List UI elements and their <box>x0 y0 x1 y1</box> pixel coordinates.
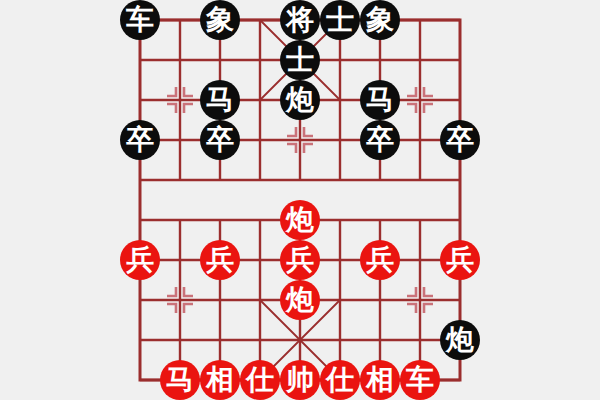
pieces-layer: 车象将士象士马炮马卒卒卒卒炮兵兵兵兵兵炮炮马相仕帅仕相车 <box>0 0 600 400</box>
red-soldier[interactable]: 兵 <box>360 240 400 280</box>
xiangqi-app: 车象将士象士马炮马卒卒卒卒炮兵兵兵兵兵炮炮马相仕帅仕相车 <box>0 0 600 400</box>
red-advisor[interactable]: 仕 <box>320 360 360 400</box>
black-horse[interactable]: 马 <box>200 80 240 120</box>
black-soldier[interactable]: 卒 <box>360 120 400 160</box>
black-cannon[interactable]: 炮 <box>280 80 320 120</box>
red-cannon[interactable]: 炮 <box>280 200 320 240</box>
red-chariot[interactable]: 车 <box>400 360 440 400</box>
black-elephant[interactable]: 象 <box>200 0 240 40</box>
red-horse[interactable]: 马 <box>160 360 200 400</box>
red-soldier[interactable]: 兵 <box>200 240 240 280</box>
red-soldier[interactable]: 兵 <box>440 240 480 280</box>
black-general[interactable]: 将 <box>280 0 320 40</box>
xiangqi-board[interactable]: 车象将士象士马炮马卒卒卒卒炮兵兵兵兵兵炮炮马相仕帅仕相车 <box>0 0 600 400</box>
red-advisor[interactable]: 仕 <box>240 360 280 400</box>
black-soldier[interactable]: 卒 <box>440 120 480 160</box>
red-elephant[interactable]: 相 <box>360 360 400 400</box>
black-advisor[interactable]: 士 <box>320 0 360 40</box>
red-elephant[interactable]: 相 <box>200 360 240 400</box>
black-chariot[interactable]: 车 <box>120 0 160 40</box>
black-elephant[interactable]: 象 <box>360 0 400 40</box>
red-cannon[interactable]: 炮 <box>280 280 320 320</box>
black-horse[interactable]: 马 <box>360 80 400 120</box>
red-general[interactable]: 帅 <box>280 360 320 400</box>
black-cannon[interactable]: 炮 <box>440 320 480 360</box>
red-soldier[interactable]: 兵 <box>280 240 320 280</box>
black-advisor[interactable]: 士 <box>280 40 320 80</box>
black-soldier[interactable]: 卒 <box>200 120 240 160</box>
red-soldier[interactable]: 兵 <box>120 240 160 280</box>
black-soldier[interactable]: 卒 <box>120 120 160 160</box>
